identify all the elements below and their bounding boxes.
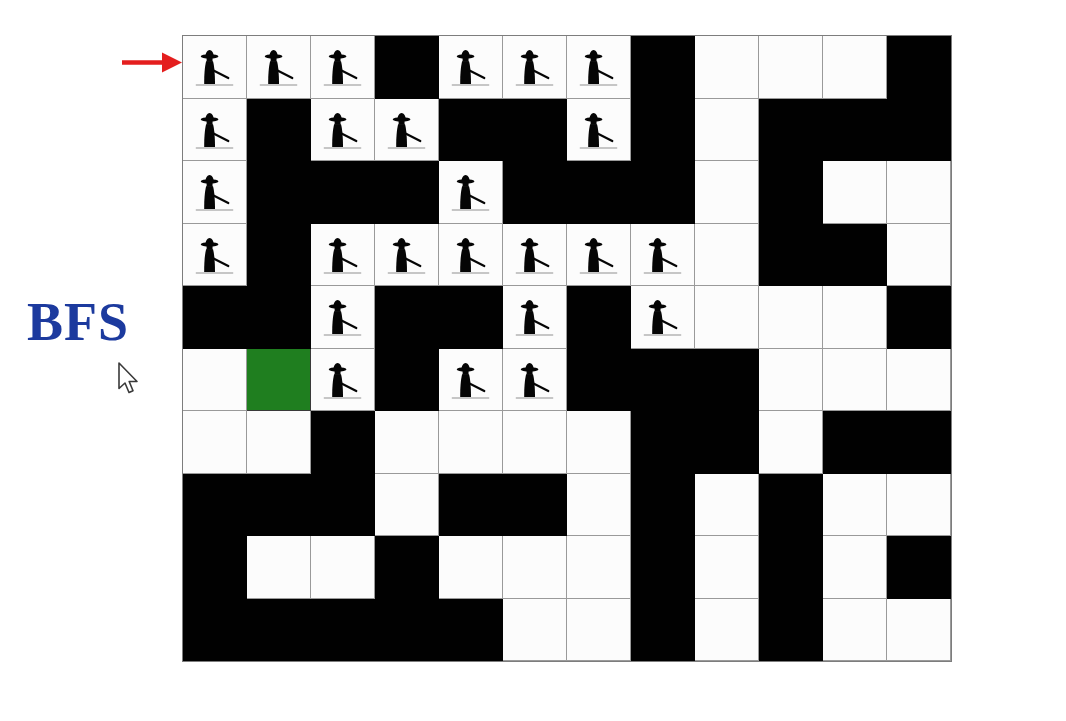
samurai-icon [439,161,502,223]
maze-cell-wall [375,536,439,599]
maze-cell-samurai [503,286,567,349]
maze-cell-open [311,536,375,599]
maze-cell-open [695,224,759,287]
samurai-icon [503,286,566,348]
maze-cell-open [759,36,823,99]
maze-cell-wall [823,411,887,474]
samurai-icon [183,36,246,98]
maze-cell-open [823,36,887,99]
maze-cell-open [823,286,887,349]
maze-cell-samurai [183,161,247,224]
samurai-icon [183,99,246,161]
samurai-icon [183,224,246,286]
maze-cell-wall [183,286,247,349]
maze-cell-wall [503,161,567,224]
maze-cell-wall [631,36,695,99]
maze-cell-samurai [567,224,631,287]
maze-cell-samurai [247,36,311,99]
maze-cell-wall [887,536,951,599]
maze-cell-samurai [439,161,503,224]
maze-cell-open [375,411,439,474]
maze-cell-wall [375,286,439,349]
maze-cell-wall [439,99,503,162]
maze-cell-open [567,599,631,662]
samurai-icon [183,161,246,223]
maze-cell-wall [631,536,695,599]
maze-cell-open [695,99,759,162]
maze-cell-open [823,474,887,537]
maze-cell-wall [567,161,631,224]
maze-cell-wall [183,474,247,537]
maze-cell-wall [375,161,439,224]
maze-cell-wall [887,36,951,99]
maze-cell-wall [823,99,887,162]
maze-cell-open [567,411,631,474]
samurai-icon [247,36,310,98]
samurai-icon [567,224,630,286]
maze-grid [182,35,952,662]
maze-cell-samurai [503,36,567,99]
maze-cell-open [567,536,631,599]
samurai-icon [503,349,566,411]
maze-cell-samurai [503,349,567,412]
maze-cell-wall [311,599,375,662]
samurai-icon [503,224,566,286]
maze-cell-wall [759,99,823,162]
maze-cell-wall [247,161,311,224]
maze-cell-wall [247,474,311,537]
maze-cell-wall [631,99,695,162]
maze-cell-wall [503,474,567,537]
maze-cell-wall [247,99,311,162]
maze-cell-open [887,599,951,662]
maze-cell-wall [503,99,567,162]
maze-cell-wall [631,161,695,224]
bfs-visualization-canvas: BFS [0,0,1066,721]
maze-cell-wall [375,599,439,662]
samurai-icon [439,224,502,286]
maze-cell-open [439,536,503,599]
red-arrow-icon [119,49,183,76]
maze-cell-open [887,224,951,287]
samurai-icon [311,99,374,161]
samurai-icon [439,36,502,98]
maze-cell-wall [759,224,823,287]
samurai-icon [567,99,630,161]
maze-cell-samurai [311,224,375,287]
maze-cell-wall [247,599,311,662]
maze-cell-wall [439,599,503,662]
maze-cell-open [759,286,823,349]
maze-cell-wall [311,411,375,474]
maze-cell-open [695,599,759,662]
maze-cell-wall [631,474,695,537]
maze-cell-open [823,349,887,412]
mouse-cursor-icon [117,362,140,398]
samurai-icon [375,99,438,161]
maze-cell-wall [759,474,823,537]
maze-cell-open [823,599,887,662]
maze-cell-samurai [183,224,247,287]
maze-cell-open [759,349,823,412]
samurai-icon [439,349,502,411]
maze-cell-samurai [567,99,631,162]
maze-cell-open [887,161,951,224]
samurai-icon [375,224,438,286]
maze-cell-open [439,411,503,474]
maze-cell-wall [631,349,695,412]
maze-cell-open [247,536,311,599]
maze-cell-open [695,36,759,99]
maze-cell-open [695,161,759,224]
maze-cell-wall [695,349,759,412]
samurai-icon [631,224,694,286]
maze-cell-open [375,474,439,537]
maze-cell-samurai [439,224,503,287]
maze-cell-open [247,411,311,474]
samurai-icon [311,36,374,98]
maze-cell-wall [759,161,823,224]
maze-cell-wall [439,286,503,349]
maze-cell-wall [311,474,375,537]
samurai-icon [631,286,694,348]
maze-cell-open [183,349,247,412]
maze-cell-goal [247,349,311,412]
maze-cell-wall [247,224,311,287]
maze-cell-samurai [311,286,375,349]
maze-cell-wall [311,161,375,224]
maze-cell-open [503,411,567,474]
maze-cell-wall [567,349,631,412]
maze-cell-wall [887,286,951,349]
maze-cell-wall [439,474,503,537]
maze-cell-open [759,411,823,474]
maze-cell-wall [823,224,887,287]
maze-cell-wall [567,286,631,349]
maze-cell-open [823,536,887,599]
samurai-icon [311,224,374,286]
maze-cell-samurai [311,36,375,99]
maze-cell-wall [375,349,439,412]
maze-cell-open [887,349,951,412]
maze-cell-open [695,286,759,349]
maze-cell-open [823,161,887,224]
maze-cell-samurai [375,99,439,162]
maze-cell-samurai [183,99,247,162]
maze-cell-open [567,474,631,537]
samurai-icon [567,36,630,98]
maze-cell-wall [887,99,951,162]
maze-cell-open [695,536,759,599]
maze-cell-samurai [311,349,375,412]
maze-cell-wall [375,36,439,99]
maze-cell-open [503,536,567,599]
maze-cell-samurai [183,36,247,99]
maze-cell-samurai [503,224,567,287]
maze-cell-samurai [439,36,503,99]
maze-cell-wall [247,286,311,349]
algorithm-label: BFS [27,295,129,349]
maze-cell-wall [631,411,695,474]
maze-cell-wall [183,536,247,599]
samurai-icon [311,349,374,411]
maze-cell-samurai [631,286,695,349]
maze-cell-samurai [311,99,375,162]
maze-cell-wall [631,599,695,662]
maze-cell-open [695,474,759,537]
maze-cell-open [503,599,567,662]
maze-cell-wall [887,411,951,474]
maze-cell-samurai [567,36,631,99]
maze-cell-wall [759,536,823,599]
maze-cell-samurai [375,224,439,287]
maze-cell-wall [759,599,823,662]
maze-cell-samurai [631,224,695,287]
maze-cell-open [887,474,951,537]
samurai-icon [503,36,566,98]
maze-cell-wall [183,599,247,662]
maze-cell-open [183,411,247,474]
samurai-icon [311,286,374,348]
maze-cell-samurai [439,349,503,412]
maze-cell-wall [695,411,759,474]
